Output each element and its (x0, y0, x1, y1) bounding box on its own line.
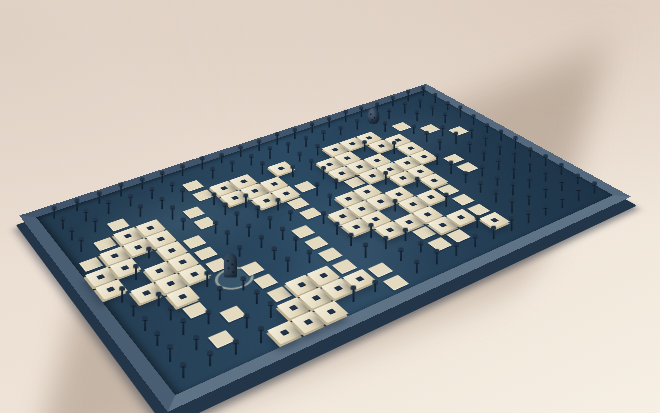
peg-pin (460, 108, 461, 118)
peg-pin (370, 225, 372, 237)
grid-cell (398, 263, 434, 285)
peg-pin (394, 201, 396, 211)
peg-pin (162, 173, 164, 183)
peg-pin (350, 235, 352, 246)
building-block-piece[interactable] (334, 191, 364, 207)
peg-pin (577, 176, 579, 184)
peg-pin (514, 153, 516, 164)
peg-pin (53, 209, 55, 219)
peg-pin (593, 184, 595, 194)
peg-pin (227, 232, 229, 245)
peg-pin (305, 138, 307, 147)
peg-pin (259, 142, 261, 151)
peg-pin (282, 229, 284, 240)
peg-pin (374, 282, 376, 292)
peg-pin (323, 214, 325, 224)
peg-pin (529, 163, 531, 173)
peg-pin (480, 183, 482, 193)
street-tile-piece[interactable] (182, 206, 205, 219)
peg-pin (277, 200, 279, 210)
peg-pin (245, 196, 247, 208)
peg-pin (445, 195, 447, 207)
peg-pin (80, 240, 82, 253)
peg-pin (121, 289, 123, 303)
grid-cell (457, 237, 492, 257)
peg-pin (512, 184, 514, 196)
peg-pin (385, 123, 386, 132)
peg-pin (356, 121, 357, 130)
peg-pin (385, 173, 387, 184)
peg-pin (500, 132, 501, 141)
peg-pin (451, 163, 453, 174)
peg-pin (545, 172, 547, 182)
peg-pin (513, 168, 515, 179)
peg-pin (130, 197, 132, 207)
peg-pin (156, 334, 158, 346)
peg-pin (269, 218, 271, 228)
peg-pin (120, 185, 122, 197)
peg-pin (498, 160, 500, 169)
peg-pin (240, 148, 242, 157)
peg-pin (206, 274, 208, 287)
street-tile-piece[interactable] (240, 261, 265, 276)
peg-pin (510, 219, 512, 231)
peg-pin (515, 138, 517, 149)
peg-pin (85, 212, 87, 222)
peg-pin (245, 316, 247, 328)
peg-pin (294, 130, 295, 139)
peg-pin (288, 144, 290, 153)
peg-pin (323, 132, 324, 141)
peg-pin (62, 219, 64, 229)
peg-pin (465, 173, 467, 183)
peg-pin (495, 192, 497, 202)
peg-pin (336, 224, 338, 235)
peg-pin (221, 156, 223, 164)
photo-backdrop (0, 0, 660, 413)
building-block-piece[interactable] (413, 206, 444, 223)
peg-pin (529, 179, 531, 189)
peg-pin (420, 243, 422, 252)
peg-pin (295, 239, 297, 252)
peg-pin (158, 295, 160, 307)
peg-pin (316, 185, 318, 197)
peg-pin (473, 116, 474, 125)
peg-pin (328, 119, 329, 128)
peg-pin (436, 251, 438, 264)
peg-pin (432, 107, 433, 116)
dome-tower-piece[interactable] (223, 253, 236, 277)
peg-pin (209, 353, 211, 366)
peg-pin (182, 365, 184, 378)
peg-pin (364, 143, 366, 152)
peg-pin (170, 309, 172, 321)
peg-pin (219, 289, 221, 301)
peg-pin (455, 134, 457, 145)
peg-pin (482, 167, 484, 177)
peg-pin (560, 165, 562, 175)
peg-pin (182, 167, 184, 177)
peg-pin (317, 146, 319, 155)
peg-pin (148, 250, 150, 259)
peg-pin (269, 304, 271, 318)
peg-pin (455, 245, 457, 256)
peg-pin (169, 347, 171, 362)
building-block-piece[interactable] (341, 218, 372, 235)
peg-pin (474, 236, 476, 247)
peg-pin (195, 338, 197, 351)
peg-pin (151, 190, 153, 200)
peg-pin (259, 329, 261, 343)
peg-pin (416, 179, 418, 187)
peg-pin (361, 108, 362, 117)
peg-pin (447, 103, 448, 110)
peg-pin (528, 195, 530, 205)
peg-pin (257, 208, 259, 218)
egg-stone-piece[interactable] (368, 108, 380, 125)
peg-pin (207, 312, 209, 324)
peg-pin (94, 220, 96, 232)
peg-pin (311, 125, 312, 134)
peg-pin (497, 178, 499, 186)
peg-pin (269, 149, 271, 160)
peg-pin (393, 143, 395, 154)
peg-pin (242, 279, 244, 291)
peg-pin (511, 201, 513, 213)
peg-pin (255, 292, 257, 304)
peg-pin (400, 250, 402, 261)
peg-pin (234, 342, 236, 355)
peg-pin (476, 217, 478, 227)
peg-pin (413, 127, 414, 134)
peg-pin (311, 161, 313, 170)
street-tile-piece[interactable] (368, 262, 393, 277)
peg-pin (486, 125, 487, 132)
peg-pin (277, 134, 279, 145)
peg-pin (423, 88, 424, 96)
peg-pin (483, 152, 485, 161)
peg-pin (182, 220, 184, 230)
peg-pin (309, 252, 311, 263)
peg-pin (161, 199, 163, 209)
peg-pin (393, 98, 394, 106)
peg-pin (71, 230, 73, 241)
peg-pin (352, 288, 354, 302)
peg-pin (545, 157, 547, 166)
peg-pin (329, 196, 331, 206)
peg-pin (251, 156, 253, 165)
peg-pin (335, 181, 337, 189)
peg-pin (261, 237, 263, 248)
peg-pin (239, 248, 241, 257)
peg-pin (345, 112, 346, 122)
peg-pin (171, 208, 173, 220)
peg-pin (172, 184, 174, 192)
peg-pin (182, 321, 184, 335)
peg-pin (262, 164, 264, 175)
peg-pin (274, 249, 276, 260)
peg-pin (141, 180, 143, 190)
peg-pin (528, 213, 530, 223)
peg-pin (98, 194, 100, 204)
peg-pin (469, 143, 471, 152)
peg-pin (561, 181, 563, 191)
peg-pin (499, 146, 501, 155)
peg-pin (404, 230, 406, 241)
peg-pin (144, 319, 146, 331)
grid-cell (379, 203, 412, 221)
peg-pin (545, 188, 547, 198)
peg-pin (529, 150, 531, 158)
peg-pin (202, 159, 204, 170)
peg-pin (108, 202, 110, 214)
peg-pin (139, 207, 141, 217)
peg-pin (132, 305, 134, 317)
peg-pin (290, 212, 292, 221)
peg-pin (135, 267, 137, 280)
peg-pin (545, 207, 547, 216)
peg-pin (292, 168, 294, 178)
peg-pin (442, 127, 443, 136)
peg-pin (287, 259, 289, 272)
peg-pin (385, 238, 387, 249)
peg-pin (485, 138, 487, 147)
peg-pin (365, 245, 367, 258)
peg-pin (471, 130, 472, 139)
peg-pin (561, 198, 563, 208)
peg-pin (299, 154, 301, 162)
peg-pin (439, 141, 441, 150)
peg-pin (248, 226, 250, 237)
peg-pin (435, 95, 436, 103)
peg-pin (340, 128, 341, 135)
peg-pin (416, 262, 418, 273)
peg-pin (76, 201, 78, 211)
peg-pin (182, 191, 184, 203)
peg-pin (323, 168, 325, 179)
peg-pin (492, 228, 494, 239)
peg-pin (214, 195, 216, 205)
peg-pin (445, 114, 446, 123)
peg-pin (578, 189, 580, 201)
peg-pin (408, 92, 409, 102)
